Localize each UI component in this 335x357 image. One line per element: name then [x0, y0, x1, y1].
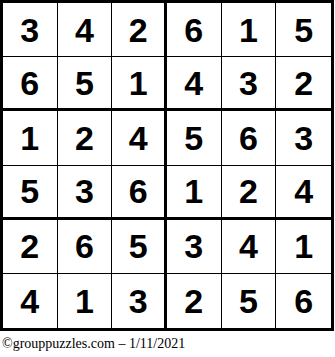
sudoku-cell-r1c5[interactable]: 1	[222, 3, 277, 57]
copyright-text: ©grouppuzzles.com – 1/11/2021	[2, 336, 185, 352]
sudoku-cell-r6c6[interactable]: 6	[276, 274, 331, 328]
sudoku-cell-r6c4[interactable]: 2	[167, 274, 222, 328]
sudoku-cell-r6c1[interactable]: 4	[3, 274, 58, 328]
sudoku-cell-r2c4[interactable]: 4	[167, 57, 222, 111]
sudoku-cell-r3c3[interactable]: 4	[112, 111, 167, 165]
sudoku-cell-r2c1[interactable]: 6	[3, 57, 58, 111]
sudoku-cell-r4c4[interactable]: 1	[167, 166, 222, 220]
sudoku-cell-r3c2[interactable]: 2	[58, 111, 113, 165]
sudoku-cell-r3c4[interactable]: 5	[167, 111, 222, 165]
sudoku-cell-r3c5[interactable]: 6	[222, 111, 277, 165]
sudoku-cell-r1c6[interactable]: 5	[276, 3, 331, 57]
sudoku-cell-r6c5[interactable]: 5	[222, 274, 277, 328]
puzzle-page: 342615651432124563536124265341413256 ©gr…	[0, 0, 335, 357]
sudoku-cell-r6c3[interactable]: 3	[112, 274, 167, 328]
sudoku-cell-r4c1[interactable]: 5	[3, 166, 58, 220]
sudoku-cell-r2c3[interactable]: 1	[112, 57, 167, 111]
sudoku-cell-r5c4[interactable]: 3	[167, 220, 222, 274]
sudoku-cell-r4c5[interactable]: 2	[222, 166, 277, 220]
sudoku-cell-r5c5[interactable]: 4	[222, 220, 277, 274]
sudoku-cell-r3c6[interactable]: 3	[276, 111, 331, 165]
sudoku-cell-r5c3[interactable]: 5	[112, 220, 167, 274]
sudoku-cell-r4c6[interactable]: 4	[276, 166, 331, 220]
sudoku-cell-r1c1[interactable]: 3	[3, 3, 58, 57]
sudoku-cell-r5c6[interactable]: 1	[276, 220, 331, 274]
sudoku-cell-r4c3[interactable]: 6	[112, 166, 167, 220]
sudoku-cell-r1c3[interactable]: 2	[112, 3, 167, 57]
sudoku-cell-r1c2[interactable]: 4	[58, 3, 113, 57]
sudoku-cell-r4c2[interactable]: 3	[58, 166, 113, 220]
sudoku-cell-r6c2[interactable]: 1	[58, 274, 113, 328]
sudoku-cell-r2c2[interactable]: 5	[58, 57, 113, 111]
sudoku-cell-r3c1[interactable]: 1	[3, 111, 58, 165]
sudoku-cell-r5c1[interactable]: 2	[3, 220, 58, 274]
sudoku-cell-r2c6[interactable]: 2	[276, 57, 331, 111]
sudoku-grid: 342615651432124563536124265341413256	[0, 0, 334, 331]
sudoku-cell-r5c2[interactable]: 6	[58, 220, 113, 274]
sudoku-cell-r2c5[interactable]: 3	[222, 57, 277, 111]
sudoku-cell-r1c4[interactable]: 6	[167, 3, 222, 57]
